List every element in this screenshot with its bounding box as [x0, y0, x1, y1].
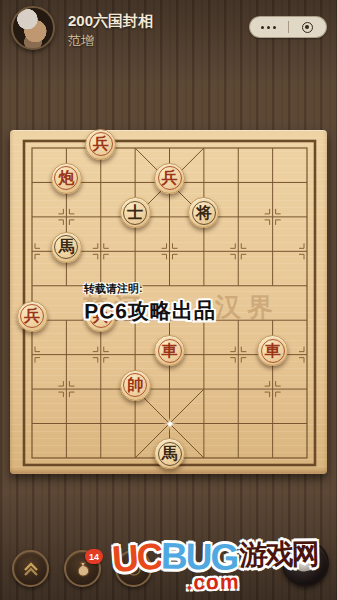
watermark-line2: PC6攻略出品 — [84, 296, 216, 325]
piece-character: 兵 — [162, 170, 178, 186]
app-screen: 200六国封相 范增 楚河 汉界 兵炮兵士将馬兵兵車車帥馬 转载请注明: PC6… — [0, 0, 337, 600]
wechat-capsule — [249, 16, 327, 38]
piece-character: 将 — [196, 204, 212, 220]
piece-character: 馬 — [162, 445, 178, 461]
river-label-right: 汉界 — [215, 290, 279, 325]
piece-character: 炮 — [58, 170, 74, 186]
piece-character: 帥 — [127, 377, 143, 393]
piece-character: 馬 — [58, 239, 74, 255]
piece-red-soldier[interactable]: 兵 — [85, 129, 116, 160]
piece-character: 士 — [127, 204, 143, 220]
watermark-line1: 转载请注明: — [84, 280, 216, 296]
circle-target-icon — [302, 22, 313, 33]
piece-black-advisor[interactable]: 士 — [120, 197, 151, 228]
piece-red-cannon[interactable]: 炮 — [51, 163, 82, 194]
close-button[interactable] — [289, 17, 327, 37]
piece-character: 車 — [162, 342, 178, 358]
page-subtitle: 范增 — [68, 32, 94, 50]
piece-red-chariot[interactable]: 車 — [154, 335, 185, 366]
highlight-sparkle-icon — [163, 417, 177, 431]
watermark-com: .com — [186, 570, 239, 595]
piece-character: 兵 — [93, 136, 109, 152]
piece-red-soldier[interactable]: 兵 — [154, 163, 185, 194]
piece-red-king[interactable]: 帥 — [120, 370, 151, 401]
collapse-button[interactable] — [12, 550, 49, 587]
more-button[interactable] — [250, 17, 288, 37]
tips-badge: 14 — [85, 549, 103, 564]
avatar[interactable] — [11, 6, 55, 50]
site-watermark: UCBUG游戏网 .com — [112, 534, 318, 580]
three-dots-icon — [261, 26, 276, 29]
board-watermark: 转载请注明: PC6攻略出品 — [84, 280, 216, 325]
chevron-up-icon — [20, 559, 42, 579]
watermark-uc: UC — [111, 536, 163, 581]
watermark-site: 游戏网 — [239, 535, 318, 574]
piece-character: 車 — [265, 342, 281, 358]
piece-red-soldier[interactable]: 兵 — [17, 301, 48, 332]
piece-black-horse[interactable]: 馬 — [51, 232, 82, 263]
piece-character: 兵 — [24, 308, 40, 324]
page-title: 200六国封相 — [68, 12, 153, 31]
